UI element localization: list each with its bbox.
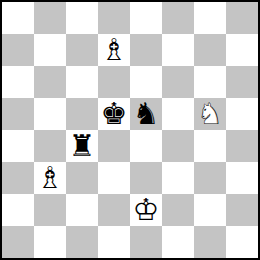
square-f3[interactable] <box>162 162 194 194</box>
piece-black-rook[interactable]: ♜ <box>66 130 98 162</box>
square-c4[interactable]: ♜ <box>66 130 98 162</box>
square-a8[interactable] <box>2 2 34 34</box>
square-a4[interactable] <box>2 130 34 162</box>
square-d5[interactable]: ♚ <box>98 98 130 130</box>
square-f5[interactable] <box>162 98 194 130</box>
black-rook-icon: ♜ <box>66 130 98 162</box>
square-h3[interactable] <box>226 162 258 194</box>
square-c2[interactable] <box>66 194 98 226</box>
square-a5[interactable] <box>2 98 34 130</box>
square-g6[interactable] <box>194 66 226 98</box>
square-g2[interactable] <box>194 194 226 226</box>
square-a3[interactable] <box>2 162 34 194</box>
square-e1[interactable] <box>130 226 162 258</box>
square-d7[interactable]: ♝♗ <box>98 34 130 66</box>
square-h5[interactable] <box>226 98 258 130</box>
square-e7[interactable] <box>130 34 162 66</box>
square-f2[interactable] <box>162 194 194 226</box>
square-a6[interactable] <box>2 66 34 98</box>
square-g7[interactable] <box>194 34 226 66</box>
square-b4[interactable] <box>34 130 66 162</box>
square-f8[interactable] <box>162 2 194 34</box>
square-e2[interactable]: ♚♔ <box>130 194 162 226</box>
square-g5[interactable]: ♞♘ <box>194 98 226 130</box>
square-c8[interactable] <box>66 2 98 34</box>
square-d1[interactable] <box>98 226 130 258</box>
square-d6[interactable] <box>98 66 130 98</box>
square-e5[interactable]: ♞ <box>130 98 162 130</box>
square-h2[interactable] <box>226 194 258 226</box>
square-a2[interactable] <box>2 194 34 226</box>
square-d8[interactable] <box>98 2 130 34</box>
square-g1[interactable] <box>194 226 226 258</box>
square-h7[interactable] <box>226 34 258 66</box>
piece-black-knight[interactable]: ♞ <box>130 98 162 130</box>
square-e8[interactable] <box>130 2 162 34</box>
square-b6[interactable] <box>34 66 66 98</box>
square-d3[interactable] <box>98 162 130 194</box>
square-g4[interactable] <box>194 130 226 162</box>
square-c3[interactable] <box>66 162 98 194</box>
black-king-icon: ♚ <box>98 98 130 130</box>
square-b5[interactable] <box>34 98 66 130</box>
square-b2[interactable] <box>34 194 66 226</box>
square-h1[interactable] <box>226 226 258 258</box>
piece-white-king[interactable]: ♚♔ <box>130 194 162 226</box>
white-knight-icon: ♘ <box>194 98 226 130</box>
square-h6[interactable] <box>226 66 258 98</box>
square-e3[interactable] <box>130 162 162 194</box>
square-a7[interactable] <box>2 34 34 66</box>
square-a1[interactable] <box>2 226 34 258</box>
square-b7[interactable] <box>34 34 66 66</box>
square-c7[interactable] <box>66 34 98 66</box>
piece-white-bishop[interactable]: ♝♗ <box>34 162 66 194</box>
square-f4[interactable] <box>162 130 194 162</box>
square-g8[interactable] <box>194 2 226 34</box>
piece-black-king[interactable]: ♚ <box>98 98 130 130</box>
square-h8[interactable] <box>226 2 258 34</box>
square-b3[interactable]: ♝♗ <box>34 162 66 194</box>
square-b8[interactable] <box>34 2 66 34</box>
square-f1[interactable] <box>162 226 194 258</box>
white-king-icon: ♔ <box>130 194 162 226</box>
square-h4[interactable] <box>226 130 258 162</box>
square-c1[interactable] <box>66 226 98 258</box>
square-d2[interactable] <box>98 194 130 226</box>
white-bishop-icon: ♗ <box>34 162 66 194</box>
piece-white-knight[interactable]: ♞♘ <box>194 98 226 130</box>
square-c6[interactable] <box>66 66 98 98</box>
white-bishop-icon: ♗ <box>98 34 130 66</box>
square-c5[interactable] <box>66 98 98 130</box>
chessboard: ♝♗♚♞♞♘♜♝♗♚♔ <box>2 2 258 258</box>
black-knight-icon: ♞ <box>130 98 162 130</box>
piece-white-bishop[interactable]: ♝♗ <box>98 34 130 66</box>
square-e6[interactable] <box>130 66 162 98</box>
square-d4[interactable] <box>98 130 130 162</box>
square-g3[interactable] <box>194 162 226 194</box>
square-f7[interactable] <box>162 34 194 66</box>
chessboard-frame: ♝♗♚♞♞♘♜♝♗♚♔ <box>0 0 260 260</box>
square-f6[interactable] <box>162 66 194 98</box>
square-b1[interactable] <box>34 226 66 258</box>
square-e4[interactable] <box>130 130 162 162</box>
